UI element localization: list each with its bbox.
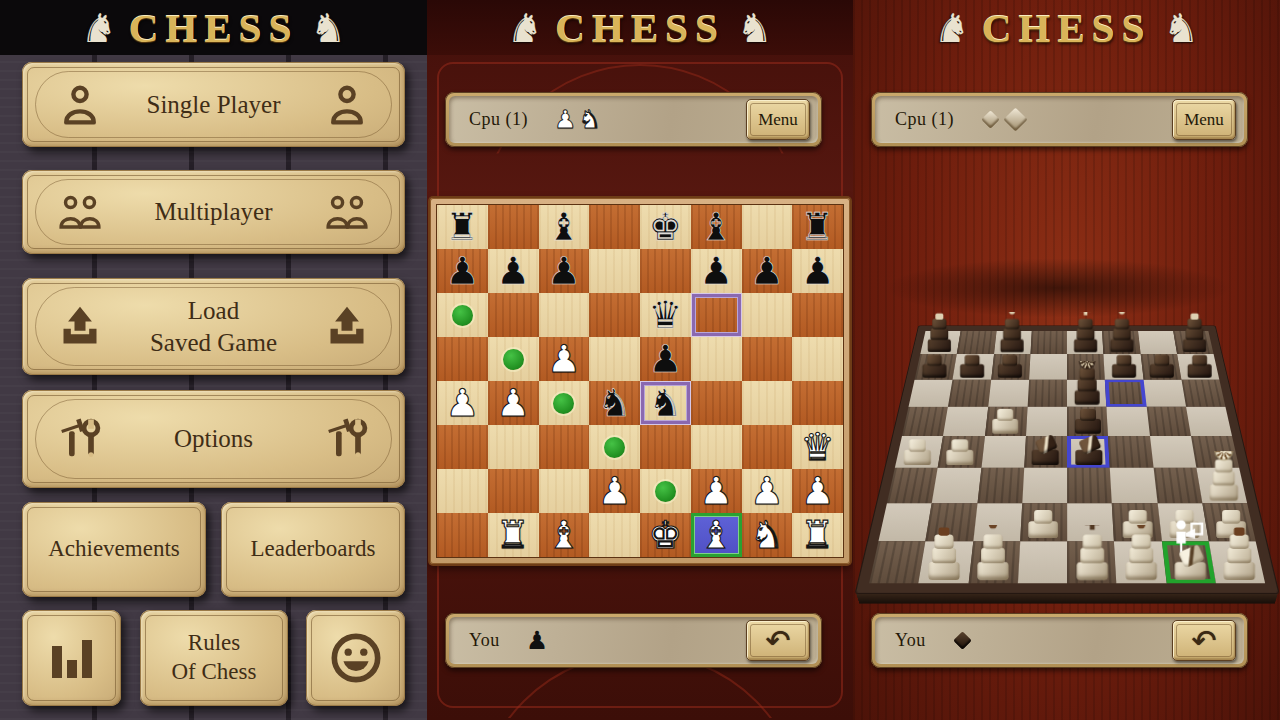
chess-board-2d[interactable]: ♜♝♚♝♜♟♟♟♟♟♟♛♟♟♟♟♞♞♛♟♟♟♟♜♝♚♝♞♜ — [437, 205, 843, 557]
piece-black-knight: ♞ — [648, 384, 682, 422]
piece3d-white-rook — [925, 525, 961, 580]
square-c5[interactable]: ♟ — [539, 337, 590, 381]
square3d-f5[interactable] — [1106, 407, 1149, 436]
square3d-g4[interactable] — [1149, 436, 1196, 468]
square-d6[interactable] — [589, 293, 640, 337]
square-d1[interactable] — [589, 513, 640, 557]
piece-white-queen: ♛ — [801, 428, 835, 466]
square-b1[interactable]: ♜ — [488, 513, 539, 557]
square-h7[interactable]: ♟ — [792, 249, 843, 293]
square3d-d4[interactable] — [1023, 436, 1066, 468]
square-f6[interactable] — [691, 293, 742, 337]
app-title-bar: ♞ CHESS ♞ — [853, 0, 1280, 55]
piece-white-pawn: ♟ — [699, 472, 733, 510]
square-a8[interactable]: ♜ — [437, 205, 488, 249]
square3d-e1[interactable] — [1067, 541, 1117, 583]
piece-white-pawn: ♟ — [801, 472, 835, 510]
piece-black-rook: ♜ — [445, 208, 479, 246]
piece-black-pawn: ♟ — [496, 252, 530, 290]
undo-arrow-icon: ↶ — [1191, 626, 1216, 656]
rook-inlay — [935, 313, 943, 319]
square-e2[interactable] — [640, 469, 691, 513]
square3d-a2[interactable] — [878, 503, 932, 541]
people-icon — [58, 190, 102, 234]
square3d-f1[interactable] — [1114, 541, 1166, 583]
player-name: You — [469, 630, 500, 651]
square3d-e8[interactable] — [1067, 331, 1104, 354]
square3d-f6[interactable] — [1105, 379, 1146, 406]
square-a7[interactable]: ♟ — [437, 249, 488, 293]
rook-inlay — [1190, 313, 1198, 319]
leaderboards-label: Leaderboards — [250, 535, 375, 564]
move-hint-dot[interactable] — [604, 437, 625, 458]
piece3d-white-pawn — [901, 432, 932, 465]
square3d-f7[interactable] — [1103, 354, 1142, 379]
square3d-a1[interactable] — [868, 541, 925, 583]
square3d-a6[interactable] — [908, 379, 952, 406]
square-a2[interactable] — [437, 469, 488, 513]
square-c4[interactable] — [539, 381, 590, 425]
piece-black-pawn: ♟ — [699, 252, 733, 290]
square3d-f4[interactable] — [1108, 436, 1153, 468]
square3d-g5[interactable] — [1146, 407, 1191, 436]
piece-white-bishop: ♝ — [699, 516, 733, 554]
square3d-b1[interactable] — [918, 541, 972, 583]
square-g5[interactable] — [742, 337, 793, 381]
square-e6[interactable]: ♛ — [640, 293, 691, 337]
game-3d-panel: ♞ CHESS ♞ Cpu (1) Menu You ↶ — [853, 0, 1280, 720]
square-h8[interactable]: ♜ — [792, 205, 843, 249]
square-c8[interactable]: ♝ — [539, 205, 590, 249]
piece3d-white-pawn — [1026, 502, 1060, 538]
captured-black-pawn: ♟ — [526, 628, 548, 653]
square-g8[interactable] — [742, 205, 793, 249]
square3d-b7[interactable] — [952, 354, 993, 379]
square-g6[interactable] — [742, 293, 793, 337]
square-h2[interactable]: ♟ — [792, 469, 843, 513]
piece-black-pawn: ♟ — [445, 252, 479, 290]
square-f3[interactable] — [691, 425, 742, 469]
knight-icon: ♞ — [737, 8, 773, 48]
captured-white-knight-3d — [1003, 107, 1027, 131]
app-title: CHESS — [982, 4, 1151, 52]
square3d-c3[interactable] — [976, 468, 1023, 503]
square3d-h1[interactable] — [1208, 541, 1265, 583]
multiplayer-label: Multiplayer — [154, 196, 272, 227]
piece3d-black-pawn — [1072, 402, 1102, 434]
piece3d-black-pawn — [920, 348, 948, 377]
bishop-knob — [1009, 308, 1015, 314]
app-title: CHESS — [129, 4, 298, 52]
square-h3[interactable]: ♛ — [792, 425, 843, 469]
piece-black-queen: ♛ — [648, 296, 682, 334]
opponent-bar: Cpu (1) ♟♞ Menu — [445, 92, 822, 147]
square3d-c7[interactable] — [990, 354, 1029, 379]
player-bar: You ↶ — [871, 613, 1248, 668]
knight-icon: ♞ — [310, 8, 346, 48]
square-g3[interactable] — [742, 425, 793, 469]
queen-sunburst — [1079, 354, 1093, 368]
main-menu-panel: ♞ CHESS ♞ Single Player Multiplayer — [0, 0, 427, 720]
piece-white-rook: ♜ — [496, 516, 530, 554]
captured-pieces-tray: ♟♞ — [554, 107, 746, 132]
square-c7[interactable]: ♟ — [539, 249, 590, 293]
undo-button[interactable]: ↶ — [1172, 620, 1236, 661]
piece-black-bishop: ♝ — [699, 208, 733, 246]
square-g2[interactable]: ♟ — [742, 469, 793, 513]
opponent-name: Cpu (1) — [469, 109, 528, 130]
square-e5[interactable]: ♟ — [640, 337, 691, 381]
app-title-bar: ♞ CHESS ♞ — [427, 0, 853, 55]
square-h6[interactable] — [792, 293, 843, 337]
square-g4[interactable] — [742, 381, 793, 425]
single-player-label: Single Player — [146, 89, 280, 120]
piece3d-white-knight — [1172, 542, 1208, 580]
square3d-c4[interactable] — [980, 436, 1025, 468]
piece3d-black-rook — [1181, 312, 1208, 353]
piece3d-black-pawn — [958, 348, 986, 377]
emoji-button[interactable] — [306, 610, 405, 706]
square-a4[interactable]: ♟ — [437, 381, 488, 425]
move-hint-dot[interactable] — [452, 305, 473, 326]
move-hint-dot[interactable] — [503, 349, 524, 370]
square-d4[interactable]: ♞ — [589, 381, 640, 425]
square-b5[interactable] — [488, 337, 539, 381]
captured-white-pawn-3d — [981, 110, 999, 128]
captured-white-knight: ♞ — [578, 107, 600, 132]
single-player-button[interactable]: Single Player — [22, 62, 405, 147]
bar-chart-icon — [48, 634, 96, 682]
square-f2[interactable]: ♟ — [691, 469, 742, 513]
square-a3[interactable] — [437, 425, 488, 469]
square3d-b3[interactable] — [931, 468, 980, 503]
square-f4[interactable] — [691, 381, 742, 425]
piece-white-bishop: ♝ — [547, 516, 581, 554]
piece-white-pawn: ♟ — [598, 472, 632, 510]
square3d-d7[interactable] — [1028, 354, 1066, 379]
piece3d-white-queen — [1207, 450, 1240, 500]
knight-icon: ♞ — [81, 8, 117, 48]
square-e8[interactable]: ♚ — [640, 205, 691, 249]
king-cross — [1079, 305, 1090, 316]
piece3d-white-rook — [1221, 525, 1257, 580]
rules-of-chess-button[interactable]: Rules Of Chess — [140, 610, 288, 706]
piece-white-knight: ♞ — [750, 516, 784, 554]
square3d-e3[interactable] — [1067, 468, 1112, 503]
square-f8[interactable]: ♝ — [691, 205, 742, 249]
smiley-icon — [330, 632, 382, 684]
piece-black-king: ♚ — [648, 208, 682, 246]
square3d-g6[interactable] — [1143, 379, 1186, 406]
square-c6[interactable] — [539, 293, 590, 337]
undo-button[interactable]: ↶ — [746, 620, 810, 661]
piece3d-black-knight — [1029, 432, 1060, 465]
achievements-button[interactable]: Achievements — [22, 502, 206, 597]
bishop-knob — [1118, 308, 1124, 314]
square-a6[interactable] — [437, 293, 488, 337]
bishop-knob — [1136, 520, 1144, 528]
square3d-d3[interactable] — [1021, 468, 1066, 503]
piece-white-pawn: ♟ — [445, 384, 479, 422]
opponent-name: Cpu (1) — [895, 109, 954, 130]
square3d-h6[interactable] — [1181, 379, 1225, 406]
menu-button[interactable]: Menu — [746, 99, 810, 140]
captured-pieces-tray: ♟ — [526, 628, 746, 653]
player-bar: You ♟ ↶ — [445, 613, 822, 668]
move-hint-dot[interactable] — [655, 481, 676, 502]
square3d-a4[interactable] — [894, 436, 942, 468]
square-h4[interactable] — [792, 381, 843, 425]
square3d-g3[interactable] — [1153, 468, 1202, 503]
piece-white-king: ♚ — [648, 516, 682, 554]
square-g7[interactable]: ♟ — [742, 249, 793, 293]
square-f1[interactable]: ♝ — [691, 513, 742, 557]
square3d-e4[interactable] — [1067, 436, 1110, 468]
square3d-h3[interactable] — [1196, 468, 1247, 503]
square3d-b4[interactable] — [937, 436, 984, 468]
square3d-d8[interactable] — [1030, 331, 1067, 354]
app-title: CHESS — [555, 4, 724, 52]
square-d2[interactable]: ♟ — [589, 469, 640, 513]
piece3d-black-bishop — [1108, 312, 1135, 353]
piece-black-pawn: ♟ — [547, 252, 581, 290]
square-d3[interactable] — [589, 425, 640, 469]
square3d-d6[interactable] — [1027, 379, 1067, 406]
square-b3[interactable] — [488, 425, 539, 469]
piece3d-black-pawn — [1148, 348, 1176, 377]
piece-white-pawn: ♟ — [496, 384, 530, 422]
menu-button[interactable]: Menu — [1172, 99, 1236, 140]
square-a5[interactable] — [437, 337, 488, 381]
knight-icon: ♞ — [1163, 8, 1199, 48]
piece3d-black-pawn — [996, 348, 1024, 377]
chess-board-2d-frame: ♜♝♚♝♜♟♟♟♟♟♟♛♟♟♟♟♞♞♛♟♟♟♟♜♝♚♝♞♜ — [430, 198, 850, 564]
rook-inlay — [1234, 527, 1245, 535]
person-icon — [325, 83, 369, 127]
piece3d-white-king — [1073, 525, 1109, 580]
square3d-c5[interactable] — [984, 407, 1027, 436]
square-h1[interactable]: ♜ — [792, 513, 843, 557]
square-g1[interactable]: ♞ — [742, 513, 793, 557]
square-f7[interactable]: ♟ — [691, 249, 742, 293]
square3d-f3[interactable] — [1110, 468, 1157, 503]
piece3d-black-king — [1071, 312, 1098, 353]
rook-inlay — [938, 527, 949, 535]
options-button[interactable]: Options — [22, 390, 405, 488]
piece3d-white-pawn — [990, 402, 1020, 434]
chess-board-3d-wrap — [861, 226, 1272, 548]
square3d-c1[interactable] — [967, 541, 1019, 583]
square3d-d2[interactable] — [1019, 503, 1066, 541]
square-d5[interactable] — [589, 337, 640, 381]
square3d-g7[interactable] — [1140, 354, 1181, 379]
people-icon — [325, 190, 369, 234]
square3d-h5[interactable] — [1185, 407, 1231, 436]
square-c1[interactable]: ♝ — [539, 513, 590, 557]
king-cross — [1084, 515, 1098, 529]
leaderboards-button[interactable]: Leaderboards — [221, 502, 405, 597]
square-b4[interactable]: ♟ — [488, 381, 539, 425]
chess-app-screenshot: ♞ CHESS ♞ Single Player Multiplayer — [0, 0, 1280, 720]
queen-sunburst — [1215, 443, 1231, 459]
options-label: Options — [174, 423, 253, 454]
load-game-icon — [58, 305, 102, 349]
captured-black-pawn-3d — [953, 631, 971, 649]
square-b6[interactable] — [488, 293, 539, 337]
square-b8[interactable] — [488, 205, 539, 249]
piece-black-knight: ♞ — [598, 384, 632, 422]
square-c2[interactable] — [539, 469, 590, 513]
square-a1[interactable] — [437, 513, 488, 557]
square-d7[interactable] — [589, 249, 640, 293]
piece3d-black-bishop — [998, 312, 1025, 353]
square-d8[interactable] — [589, 205, 640, 249]
piece3d-black-pawn — [1186, 348, 1214, 377]
load-saved-game-label: Load Saved Game — [150, 295, 277, 358]
piece3d-black-pawn — [1110, 348, 1138, 377]
square-b2[interactable] — [488, 469, 539, 513]
square3d-b6[interactable] — [948, 379, 991, 406]
square-e7[interactable] — [640, 249, 691, 293]
game-2d-panel: ♞ CHESS ♞ Cpu (1) ♟♞ Menu ♜♝♚♝♜♟♟♟♟♟♟♛♟♟… — [427, 0, 853, 720]
rules-label: Rules Of Chess — [172, 629, 257, 687]
piece-black-pawn: ♟ — [648, 340, 682, 378]
square3d-a3[interactable] — [886, 468, 937, 503]
captured-pieces-tray — [980, 111, 1172, 128]
square-b7[interactable]: ♟ — [488, 249, 539, 293]
undo-arrow-icon: ↶ — [765, 626, 790, 656]
opponent-bar: Cpu (1) Menu — [871, 92, 1248, 147]
piece3d-black-rook — [925, 312, 952, 353]
piece3d-white-pawn — [944, 432, 975, 465]
square-c3[interactable] — [539, 425, 590, 469]
knight-icon: ♞ — [507, 8, 543, 48]
square-e4[interactable]: ♞ — [640, 381, 691, 425]
square-f5[interactable] — [691, 337, 742, 381]
piece-black-pawn: ♟ — [801, 252, 835, 290]
square3d-a7[interactable] — [914, 354, 956, 379]
captured-white-pawn: ♟ — [554, 107, 576, 132]
square-e1[interactable]: ♚ — [640, 513, 691, 557]
tools-icon — [58, 417, 102, 461]
knight-icon: ♞ — [934, 8, 970, 48]
chess-board-3d[interactable] — [855, 326, 1277, 593]
statistics-button[interactable] — [22, 610, 121, 706]
piece3d-black-queen — [1072, 360, 1101, 404]
square-e3[interactable] — [640, 425, 691, 469]
piece3d-black-knight — [1072, 432, 1103, 465]
square3d-g1[interactable] — [1161, 541, 1215, 583]
piece-white-rook: ♜ — [801, 516, 835, 554]
multiplayer-button[interactable]: Multiplayer — [22, 170, 405, 254]
piece-black-pawn: ♟ — [750, 252, 784, 290]
square3d-d1[interactable] — [1017, 541, 1067, 583]
piece-white-pawn: ♟ — [750, 472, 784, 510]
load-game-icon — [325, 305, 369, 349]
piece-white-pawn: ♟ — [547, 340, 581, 378]
bishop-knob — [988, 520, 996, 528]
piece-black-bishop: ♝ — [547, 208, 581, 246]
app-title-bar: ♞ CHESS ♞ — [0, 0, 427, 55]
piece3d-white-bishop — [975, 525, 1011, 580]
piece-black-rook: ♜ — [801, 208, 835, 246]
tools-icon — [325, 417, 369, 461]
piece3d-white-bishop — [1123, 525, 1159, 580]
load-saved-game-button[interactable]: Load Saved Game — [22, 278, 405, 375]
square3d-h7[interactable] — [1176, 354, 1218, 379]
player-name: You — [895, 630, 926, 651]
captured-pieces-tray — [952, 634, 1172, 647]
achievements-label: Achievements — [48, 535, 180, 564]
person-icon — [58, 83, 102, 127]
move-hint-dot[interactable] — [553, 393, 574, 414]
square-h5[interactable] — [792, 337, 843, 381]
